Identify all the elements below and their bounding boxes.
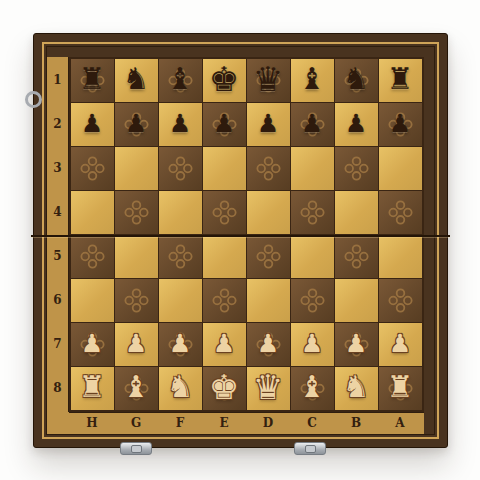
square-e3[interactable] [203,147,246,190]
square-g5[interactable] [115,235,158,278]
rank-label-8: 8 [47,367,69,410]
black-knight[interactable]: ♞ [343,64,370,94]
white-queen[interactable]: ♛ [253,370,283,404]
file-label-e: E [203,412,246,434]
rank-label-2: 2 [47,103,69,146]
rank-label-6: 6 [47,279,69,322]
quatrefoil-ornament-icon [343,155,370,182]
rank-label-4: 4 [47,191,69,234]
square-g7[interactable]: ♟ [115,323,158,366]
square-c8[interactable]: ♝ [291,367,334,410]
square-b3[interactable] [335,147,378,190]
square-b4[interactable] [335,191,378,234]
square-h3[interactable] [71,147,114,190]
square-d4[interactable] [247,191,290,234]
square-c5[interactable] [291,235,334,278]
square-b6[interactable] [335,279,378,322]
square-d7[interactable]: ♟ [247,323,290,366]
white-pawn[interactable]: ♟ [301,331,323,356]
square-d8[interactable]: ♛ [247,367,290,410]
black-bishop[interactable]: ♝ [167,64,194,94]
black-pawn[interactable]: ♟ [389,111,411,136]
square-h4[interactable] [71,191,114,234]
quatrefoil-ornament-icon [79,155,106,182]
black-rook[interactable]: ♜ [387,64,414,94]
square-e2[interactable]: ♟ [203,103,246,146]
white-pawn[interactable]: ♟ [389,331,411,356]
square-e6[interactable] [203,279,246,322]
square-f4[interactable] [159,191,202,234]
square-g8[interactable]: ♝ [115,367,158,410]
quatrefoil-ornament-icon [123,199,150,226]
photo-stage: 12345678 ♜♞♝♚♛♝♞♜♟♟♟♟♟♟♟♟♟♟♟♟♟♟♟♟♜♝♞♚♛♝♞… [0,0,480,480]
square-f8[interactable]: ♞ [159,367,202,410]
square-e5[interactable] [203,235,246,278]
quatrefoil-ornament-icon [299,287,326,314]
square-a4[interactable] [379,191,422,234]
square-h8[interactable]: ♜ [71,367,114,410]
square-f2[interactable]: ♟ [159,103,202,146]
black-pawn[interactable]: ♟ [257,111,279,136]
square-f7[interactable]: ♟ [159,323,202,366]
rank-label-7: 7 [47,323,69,366]
square-h7[interactable]: ♟ [71,323,114,366]
square-d3[interactable] [247,147,290,190]
square-f6[interactable] [159,279,202,322]
white-rook[interactable]: ♜ [387,372,414,402]
black-pawn[interactable]: ♟ [345,111,367,136]
quatrefoil-ornament-icon [299,199,326,226]
quatrefoil-ornament-icon [211,287,238,314]
square-d6[interactable] [247,279,290,322]
white-pawn[interactable]: ♟ [213,331,235,356]
square-b5[interactable] [335,235,378,278]
white-pawn[interactable]: ♟ [81,331,103,356]
black-queen[interactable]: ♛ [253,62,283,96]
square-c3[interactable] [291,147,334,190]
file-label-g: G [115,412,158,434]
square-a5[interactable] [379,235,422,278]
square-e8[interactable]: ♚ [203,367,246,410]
hinge-ring-icon [25,91,42,108]
white-bishop[interactable]: ♝ [299,372,326,402]
file-labels: HGFEDCBA [69,412,424,434]
file-label-h: H [71,412,114,434]
white-bishop[interactable]: ♝ [123,372,150,402]
square-a2[interactable]: ♟ [379,103,422,146]
fold-seam [31,235,450,237]
black-king[interactable]: ♚ [209,62,239,96]
label-corner [47,412,69,434]
quatrefoil-ornament-icon [123,287,150,314]
quatrefoil-ornament-icon [255,155,282,182]
file-label-a: A [379,412,422,434]
black-bishop[interactable]: ♝ [299,64,326,94]
white-knight[interactable]: ♞ [343,372,370,402]
square-e1[interactable]: ♚ [203,59,246,102]
white-knight[interactable]: ♞ [167,372,194,402]
rank-label-3: 3 [47,147,69,190]
quatrefoil-ornament-icon [387,287,414,314]
black-pawn[interactable]: ♟ [81,111,103,136]
white-pawn[interactable]: ♟ [125,331,147,356]
quatrefoil-ornament-icon [255,243,282,270]
square-c2[interactable]: ♟ [291,103,334,146]
frame-filler [69,47,424,57]
quatrefoil-ornament-icon [79,243,106,270]
black-knight[interactable]: ♞ [123,64,150,94]
frame-filler [424,412,434,434]
board-pinstripe-frame: 12345678 ♜♞♝♚♛♝♞♜♟♟♟♟♟♟♟♟♟♟♟♟♟♟♟♟♜♝♞♚♛♝♞… [42,42,439,439]
file-label-d: D [247,412,290,434]
file-label-f: F [159,412,202,434]
square-a3[interactable] [379,147,422,190]
quatrefoil-ornament-icon [211,199,238,226]
white-rook[interactable]: ♜ [79,372,106,402]
frame-filler [424,47,434,57]
black-pawn[interactable]: ♟ [169,111,191,136]
file-label-b: B [335,412,378,434]
square-g1[interactable]: ♞ [115,59,158,102]
black-pawn[interactable]: ♟ [301,111,323,136]
latch-icon [120,442,152,455]
square-f1[interactable]: ♝ [159,59,202,102]
square-b8[interactable]: ♞ [335,367,378,410]
square-g4[interactable] [115,191,158,234]
square-h1[interactable]: ♜ [71,59,114,102]
chess-board-box: 12345678 ♜♞♝♚♛♝♞♜♟♟♟♟♟♟♟♟♟♟♟♟♟♟♟♟♜♝♞♚♛♝♞… [33,33,448,448]
rank-label-5: 5 [47,235,69,278]
square-c6[interactable] [291,279,334,322]
black-pawn[interactable]: ♟ [213,111,235,136]
square-a1[interactable]: ♜ [379,59,422,102]
square-d1[interactable]: ♛ [247,59,290,102]
white-pawn[interactable]: ♟ [345,331,367,356]
white-pawn[interactable]: ♟ [169,331,191,356]
square-h6[interactable] [71,279,114,322]
white-pawn[interactable]: ♟ [257,331,279,356]
rank-label-1: 1 [47,59,69,102]
frame-filler [47,47,69,57]
quatrefoil-ornament-icon [167,243,194,270]
square-a6[interactable] [379,279,422,322]
square-f3[interactable] [159,147,202,190]
quatrefoil-ornament-icon [167,155,194,182]
square-a7[interactable]: ♟ [379,323,422,366]
square-d2[interactable]: ♟ [247,103,290,146]
square-e4[interactable] [203,191,246,234]
square-d5[interactable] [247,235,290,278]
square-b7[interactable]: ♟ [335,323,378,366]
square-a8[interactable]: ♜ [379,367,422,410]
square-c7[interactable]: ♟ [291,323,334,366]
black-rook[interactable]: ♜ [79,64,106,94]
square-g6[interactable] [115,279,158,322]
square-b2[interactable]: ♟ [335,103,378,146]
square-h5[interactable] [71,235,114,278]
square-c1[interactable]: ♝ [291,59,334,102]
square-h2[interactable]: ♟ [71,103,114,146]
square-f5[interactable] [159,235,202,278]
board-with-labels: 12345678 ♜♞♝♚♛♝♞♜♟♟♟♟♟♟♟♟♟♟♟♟♟♟♟♟♜♝♞♚♛♝♞… [47,47,434,434]
black-pawn[interactable]: ♟ [125,111,147,136]
square-c4[interactable] [291,191,334,234]
quatrefoil-ornament-icon [343,243,370,270]
quatrefoil-ornament-icon [387,199,414,226]
square-b1[interactable]: ♞ [335,59,378,102]
latch-icon [294,442,326,455]
square-g3[interactable] [115,147,158,190]
white-king[interactable]: ♚ [209,370,239,404]
square-e7[interactable]: ♟ [203,323,246,366]
square-g2[interactable]: ♟ [115,103,158,146]
file-label-c: C [291,412,334,434]
